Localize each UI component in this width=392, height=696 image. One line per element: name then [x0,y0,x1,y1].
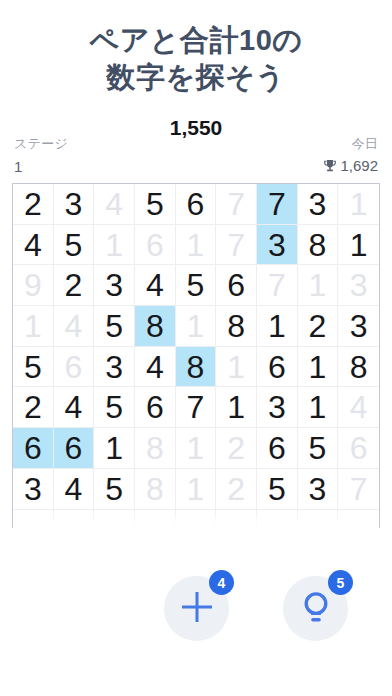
board-cell[interactable]: 1 [298,387,339,428]
board-cell[interactable]: 4 [54,469,95,510]
board-cell [176,510,217,529]
board-cell [135,510,176,529]
board-cell[interactable]: 6 [13,428,54,469]
board-cell [94,510,135,529]
board-cell: 2 [216,469,257,510]
board-cell [298,510,339,529]
board-cell[interactable]: 8 [338,347,379,388]
board-cell: 1 [338,184,379,225]
board-cell[interactable]: 1 [257,306,298,347]
add-numbers-badge: 4 [209,570,234,595]
board-cell: 4 [54,306,95,347]
board-cell[interactable]: 5 [94,469,135,510]
board-cell[interactable]: 3 [54,184,95,225]
board-cell [13,510,54,529]
board-cell: 7 [257,265,298,306]
board-cell[interactable]: 5 [94,306,135,347]
board-cell[interactable]: 1 [94,428,135,469]
board-cell[interactable]: 1 [298,347,339,388]
board-cell[interactable]: 7 [176,387,217,428]
board-cell: 1 [176,428,217,469]
add-numbers-button[interactable]: 4 [164,576,229,641]
board-cell[interactable]: 3 [257,225,298,266]
board-cell[interactable]: 6 [257,428,298,469]
stage-label: ステージ [14,135,68,153]
board-cell[interactable]: 6 [257,347,298,388]
board-cell[interactable]: 6 [54,428,95,469]
board-cell[interactable]: 8 [216,306,257,347]
board-cell[interactable]: 8 [176,347,217,388]
board-cell[interactable]: 5 [54,225,95,266]
lightbulb-icon [299,590,333,627]
stage-value: 1 [14,158,68,175]
stage-block: ステージ 1 [14,135,68,175]
board-cell[interactable]: 2 [13,387,54,428]
board-cell [54,510,95,529]
board-cell: 1 [216,347,257,388]
board-cell[interactable]: 7 [257,184,298,225]
board-cell: 2 [216,428,257,469]
hint-badge: 5 [328,570,353,595]
board-cell: 3 [338,265,379,306]
title-line-1: ペアと合計10の [0,22,392,59]
board-cell[interactable]: 2 [13,184,54,225]
board-cell: 7 [338,469,379,510]
board-cell: 1 [176,306,217,347]
board-cell: 6 [135,225,176,266]
board-cell: 1 [94,225,135,266]
board-cell: 1 [13,306,54,347]
board-cell[interactable]: 1 [216,387,257,428]
board-cell: 7 [216,184,257,225]
board-cell[interactable]: 5 [176,265,217,306]
board-cell[interactable]: 3 [338,306,379,347]
board-cell[interactable]: 5 [94,387,135,428]
board-cell: 1 [298,265,339,306]
board-cell: 1 [176,225,217,266]
board-cell[interactable]: 4 [13,225,54,266]
board-cell[interactable]: 5 [13,347,54,388]
plus-icon [179,589,215,628]
title-line-2: 数字を探そう [0,59,392,96]
board-cell[interactable]: 2 [298,306,339,347]
game-screen: ペアと合計10の 数字を探そう 1,550 ステージ 1 今日 1,692 23… [0,0,392,696]
board-cell[interactable]: 6 [135,387,176,428]
board-cell[interactable]: 4 [54,387,95,428]
page-title: ペアと合計10の 数字を探そう [0,22,392,96]
board-cell[interactable]: 3 [298,184,339,225]
board-cell[interactable]: 5 [135,184,176,225]
board-cell[interactable]: 5 [257,469,298,510]
board-cell[interactable]: 6 [176,184,217,225]
board: 2345677314516173819234567131458181235634… [12,183,380,528]
board-cell: 6 [54,347,95,388]
board-grid: 2345677314516173819234567131458181235634… [13,184,379,528]
board-cell[interactable]: 6 [216,265,257,306]
board-cell: 8 [135,428,176,469]
board-cell: 7 [216,225,257,266]
board-cell[interactable]: 5 [298,428,339,469]
board-cell[interactable]: 3 [257,387,298,428]
board-cell[interactable]: 3 [298,469,339,510]
board-cell: 4 [338,387,379,428]
board-cell [338,510,379,529]
today-block: 今日 1,692 [323,135,378,174]
board-cell[interactable]: 8 [135,306,176,347]
hint-button[interactable]: 5 [283,576,348,641]
board-cell[interactable]: 3 [94,265,135,306]
board-cell: 6 [338,428,379,469]
trophy-icon [323,159,337,173]
board-cell[interactable]: 3 [13,469,54,510]
board-cell[interactable]: 4 [135,347,176,388]
board-cell[interactable]: 1 [338,225,379,266]
board-cell: 1 [176,469,217,510]
board-cell [216,510,257,529]
board-cell[interactable]: 4 [135,265,176,306]
board-cell [257,510,298,529]
board-cell[interactable]: 8 [298,225,339,266]
board-cell: 8 [135,469,176,510]
today-label: 今日 [323,135,378,153]
board-cell[interactable]: 2 [54,265,95,306]
board-cell: 4 [94,184,135,225]
board-cell: 9 [13,265,54,306]
today-value: 1,692 [340,157,378,174]
board-cell[interactable]: 3 [94,347,135,388]
